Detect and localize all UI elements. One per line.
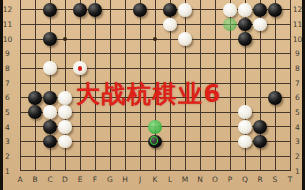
- intersection-G8[interactable]: [103, 61, 118, 76]
- intersection-K4[interactable]: [148, 120, 163, 135]
- intersection-Q10[interactable]: [238, 32, 253, 47]
- intersection-Q9[interactable]: [238, 46, 253, 61]
- intersection-F11[interactable]: [88, 17, 103, 32]
- black-stone: [253, 120, 267, 134]
- col-label-E: E: [73, 175, 88, 184]
- intersection-O11[interactable]: [208, 17, 223, 32]
- intersection-R7[interactable]: [253, 76, 268, 91]
- intersection-P9[interactable]: [223, 46, 238, 61]
- intersection-C2[interactable]: [43, 149, 58, 164]
- intersection-D4[interactable]: [58, 120, 73, 135]
- intersection-N4[interactable]: [193, 120, 208, 135]
- intersection-B3[interactable]: [28, 134, 43, 149]
- intersection-K12[interactable]: [148, 3, 163, 18]
- intersection-D10[interactable]: [58, 32, 73, 47]
- white-stone: [178, 32, 192, 46]
- intersection-L3[interactable]: [163, 134, 178, 149]
- intersection-R2[interactable]: [253, 149, 268, 164]
- intersection-D11[interactable]: [58, 17, 73, 32]
- intersection-O10[interactable]: [208, 32, 223, 47]
- intersection-D8[interactable]: [58, 61, 73, 76]
- black-stone: [268, 3, 282, 17]
- intersection-N10[interactable]: [193, 32, 208, 47]
- intersection-H8[interactable]: [118, 61, 133, 76]
- intersection-H3[interactable]: [118, 134, 133, 149]
- intersection-P11[interactable]: [223, 17, 238, 32]
- intersection-N8[interactable]: [193, 61, 208, 76]
- black-stone: [163, 3, 177, 17]
- black-stone: [28, 105, 42, 119]
- intersection-S9[interactable]: [268, 46, 283, 61]
- intersection-L4[interactable]: [163, 120, 178, 135]
- intersection-Q12[interactable]: [238, 3, 253, 18]
- green-hint-stone: [148, 120, 162, 134]
- col-label-G: G: [103, 175, 118, 184]
- intersection-B5[interactable]: [28, 105, 43, 120]
- black-stone: [268, 91, 282, 105]
- intersection-J12[interactable]: [133, 3, 148, 18]
- intersection-F3[interactable]: [88, 134, 103, 149]
- intersection-P4[interactable]: [223, 120, 238, 135]
- white-stone: [253, 18, 267, 32]
- intersection-S11[interactable]: [268, 17, 283, 32]
- col-label-T: T: [283, 175, 298, 184]
- intersection-A9[interactable]: [13, 46, 28, 61]
- video-caption: 大战杭棋业6: [76, 82, 222, 107]
- col-label-D: D: [58, 175, 73, 184]
- intersection-D6[interactable]: [58, 90, 73, 105]
- intersection-A4[interactable]: [13, 120, 28, 135]
- intersection-C8[interactable]: [43, 61, 58, 76]
- intersection-K3[interactable]: [148, 134, 163, 149]
- white-stone: [43, 61, 57, 75]
- intersection-R11[interactable]: [253, 17, 268, 32]
- white-stone: [223, 3, 237, 17]
- intersection-A8[interactable]: [13, 61, 28, 76]
- intersection-O9[interactable]: [208, 46, 223, 61]
- white-stone: [58, 105, 72, 119]
- intersection-Q3[interactable]: [238, 134, 253, 149]
- intersection-C4[interactable]: [43, 120, 58, 135]
- black-stone: [238, 32, 252, 46]
- intersection-K8[interactable]: [148, 61, 163, 76]
- intersection-A6[interactable]: [13, 90, 28, 105]
- intersection-A3[interactable]: [13, 134, 28, 149]
- intersection-E3[interactable]: [73, 134, 88, 149]
- intersection-Q6[interactable]: [238, 90, 253, 105]
- intersection-N11[interactable]: [193, 17, 208, 32]
- intersection-J11[interactable]: [133, 17, 148, 32]
- intersection-H12[interactable]: [118, 3, 133, 18]
- col-label-F: F: [88, 175, 103, 184]
- intersection-J2[interactable]: [133, 149, 148, 164]
- intersection-F8[interactable]: [88, 61, 103, 76]
- intersection-J8[interactable]: [133, 61, 148, 76]
- intersection-Q4[interactable]: [238, 120, 253, 135]
- intersection-R12[interactable]: [253, 3, 268, 18]
- intersection-F12[interactable]: [88, 3, 103, 18]
- white-stone: [178, 3, 192, 17]
- green-hint-stone: [223, 18, 237, 32]
- intersection-B10[interactable]: [28, 32, 43, 47]
- intersection-D12[interactable]: [58, 3, 73, 18]
- white-stone: [58, 135, 72, 149]
- intersection-K11[interactable]: [148, 17, 163, 32]
- intersection-E11[interactable]: [73, 17, 88, 32]
- intersection-P8[interactable]: [223, 61, 238, 76]
- white-stone: [238, 3, 252, 17]
- col-label-R: R: [253, 175, 268, 184]
- intersection-M12[interactable]: [178, 3, 193, 18]
- intersection-N12[interactable]: [193, 3, 208, 18]
- intersection-S7[interactable]: [268, 76, 283, 91]
- intersection-S5[interactable]: [268, 105, 283, 120]
- go-app-screen: 121211111010998877665544332211ABCDEFGHJK…: [0, 0, 305, 190]
- intersection-Q7[interactable]: [238, 76, 253, 91]
- intersection-A5[interactable]: [13, 105, 28, 120]
- intersection-A7[interactable]: [13, 76, 28, 91]
- intersection-F4[interactable]: [88, 120, 103, 135]
- intersection-M11[interactable]: [178, 17, 193, 32]
- intersection-N2[interactable]: [193, 149, 208, 164]
- intersection-C7[interactable]: [43, 76, 58, 91]
- intersection-E10[interactable]: [73, 32, 88, 47]
- intersection-S6[interactable]: [268, 90, 283, 105]
- intersection-R4[interactable]: [253, 120, 268, 135]
- intersection-B6[interactable]: [28, 90, 43, 105]
- intersection-D9[interactable]: [58, 46, 73, 61]
- intersection-M10[interactable]: [178, 32, 193, 47]
- intersection-Q11[interactable]: [238, 17, 253, 32]
- intersection-G10[interactable]: [103, 32, 118, 47]
- black-stone: [88, 3, 102, 17]
- intersection-L2[interactable]: [163, 149, 178, 164]
- black-stone: [133, 3, 147, 17]
- white-stone: [238, 135, 252, 149]
- intersection-B9[interactable]: [28, 46, 43, 61]
- intersection-Q2[interactable]: [238, 149, 253, 164]
- black-stone: [28, 91, 42, 105]
- intersection-G12[interactable]: [103, 3, 118, 18]
- intersection-R8[interactable]: [253, 61, 268, 76]
- col-label-L: L: [163, 175, 178, 184]
- intersection-L11[interactable]: [163, 17, 178, 32]
- intersection-R5[interactable]: [253, 105, 268, 120]
- intersection-E2[interactable]: [73, 149, 88, 164]
- intersection-K10[interactable]: [148, 32, 163, 47]
- intersection-G11[interactable]: [103, 17, 118, 32]
- intersection-M8[interactable]: [178, 61, 193, 76]
- intersection-H2[interactable]: [118, 149, 133, 164]
- white-stone: [238, 120, 252, 134]
- white-stone: [238, 105, 252, 119]
- intersection-E9[interactable]: [73, 46, 88, 61]
- col-label-Q: Q: [238, 175, 253, 184]
- intersection-S2[interactable]: [268, 149, 283, 164]
- col-label-K: K: [148, 175, 163, 184]
- intersection-J3[interactable]: [133, 134, 148, 149]
- intersection-C3[interactable]: [43, 134, 58, 149]
- intersection-R3[interactable]: [253, 134, 268, 149]
- intersection-C12[interactable]: [43, 3, 58, 18]
- star-point: [63, 37, 67, 41]
- intersection-B7[interactable]: [28, 76, 43, 91]
- intersection-M4[interactable]: [178, 120, 193, 135]
- intersection-Q5[interactable]: [238, 105, 253, 120]
- intersection-C5[interactable]: [43, 105, 58, 120]
- col-label-C: C: [43, 175, 58, 184]
- intersection-L9[interactable]: [163, 46, 178, 61]
- intersection-P12[interactable]: [223, 3, 238, 18]
- col-label-N: N: [193, 175, 208, 184]
- col-label-P: P: [223, 175, 238, 184]
- intersection-C10[interactable]: [43, 32, 58, 47]
- intersection-G4[interactable]: [103, 120, 118, 135]
- intersection-D2[interactable]: [58, 149, 73, 164]
- intersection-S12[interactable]: [268, 3, 283, 18]
- intersection-O12[interactable]: [208, 3, 223, 18]
- black-stone: [253, 3, 267, 17]
- intersection-G9[interactable]: [103, 46, 118, 61]
- black-stone: [238, 18, 252, 32]
- intersection-S10[interactable]: [268, 32, 283, 47]
- intersection-P7[interactable]: [223, 76, 238, 91]
- black-stone: [43, 91, 57, 105]
- intersection-J9[interactable]: [133, 46, 148, 61]
- intersection-E8[interactable]: [73, 61, 88, 76]
- intersection-B11[interactable]: [28, 17, 43, 32]
- intersection-P5[interactable]: [223, 105, 238, 120]
- intersection-L12[interactable]: [163, 3, 178, 18]
- intersection-G2[interactable]: [103, 149, 118, 164]
- intersection-A2[interactable]: [13, 149, 28, 164]
- intersection-R9[interactable]: [253, 46, 268, 61]
- intersection-M2[interactable]: [178, 149, 193, 164]
- intersection-F9[interactable]: [88, 46, 103, 61]
- intersection-P10[interactable]: [223, 32, 238, 47]
- intersection-S4[interactable]: [268, 120, 283, 135]
- intersection-M9[interactable]: [178, 46, 193, 61]
- intersection-S8[interactable]: [268, 61, 283, 76]
- red-dot-marker: [78, 66, 83, 71]
- intersection-S3[interactable]: [268, 134, 283, 149]
- left-letterbox-strip: [0, 0, 3, 190]
- intersection-O4[interactable]: [208, 120, 223, 135]
- white-stone: [58, 120, 72, 134]
- intersection-O8[interactable]: [208, 61, 223, 76]
- intersection-B2[interactable]: [28, 149, 43, 164]
- black-stone: [43, 32, 57, 46]
- intersection-H10[interactable]: [118, 32, 133, 47]
- intersection-Q8[interactable]: [238, 61, 253, 76]
- intersection-A11[interactable]: [13, 17, 28, 32]
- intersection-H9[interactable]: [118, 46, 133, 61]
- intersection-D3[interactable]: [58, 134, 73, 149]
- intersection-E12[interactable]: [73, 3, 88, 18]
- black-stone: [253, 135, 267, 149]
- intersection-R6[interactable]: [253, 90, 268, 105]
- white-stone: [58, 91, 72, 105]
- black-stone: [43, 3, 57, 17]
- intersection-A10[interactable]: [13, 32, 28, 47]
- intersection-M3[interactable]: [178, 134, 193, 149]
- intersection-J4[interactable]: [133, 120, 148, 135]
- intersection-P6[interactable]: [223, 90, 238, 105]
- white-stone: [163, 18, 177, 32]
- col-label-M: M: [178, 175, 193, 184]
- intersection-J10[interactable]: [133, 32, 148, 47]
- col-label-B: B: [28, 175, 43, 184]
- black-stone: [43, 120, 57, 134]
- intersection-A12[interactable]: [13, 3, 28, 18]
- intersection-G3[interactable]: [103, 134, 118, 149]
- intersection-D5[interactable]: [58, 105, 73, 120]
- intersection-H11[interactable]: [118, 17, 133, 32]
- intersection-H4[interactable]: [118, 120, 133, 135]
- intersection-N3[interactable]: [193, 134, 208, 149]
- intersection-E4[interactable]: [73, 120, 88, 135]
- intersection-O3[interactable]: [208, 134, 223, 149]
- intersection-B8[interactable]: [28, 61, 43, 76]
- col-label-J: J: [133, 175, 148, 184]
- black-stone: [43, 135, 57, 149]
- black-stone: [73, 3, 87, 17]
- intersection-C9[interactable]: [43, 46, 58, 61]
- intersection-F2[interactable]: [88, 149, 103, 164]
- intersection-N9[interactable]: [193, 46, 208, 61]
- intersection-K2[interactable]: [148, 149, 163, 164]
- col-label-O: O: [208, 175, 223, 184]
- star-point: [153, 37, 157, 41]
- intersection-B12[interactable]: [28, 3, 43, 18]
- intersection-K9[interactable]: [148, 46, 163, 61]
- intersection-L10[interactable]: [163, 32, 178, 47]
- right-letterbox-strip: [302, 0, 305, 190]
- intersection-O2[interactable]: [208, 149, 223, 164]
- intersection-D7[interactable]: [58, 76, 73, 91]
- col-label-S: S: [268, 175, 283, 184]
- intersection-L8[interactable]: [163, 61, 178, 76]
- col-label-A: A: [13, 175, 28, 184]
- col-label-H: H: [118, 175, 133, 184]
- intersection-P2[interactable]: [223, 149, 238, 164]
- intersection-R10[interactable]: [253, 32, 268, 47]
- intersection-C6[interactable]: [43, 90, 58, 105]
- white-stone: [43, 105, 57, 119]
- intersection-F10[interactable]: [88, 32, 103, 47]
- intersection-C11[interactable]: [43, 17, 58, 32]
- intersection-P3[interactable]: [223, 134, 238, 149]
- intersection-B4[interactable]: [28, 120, 43, 135]
